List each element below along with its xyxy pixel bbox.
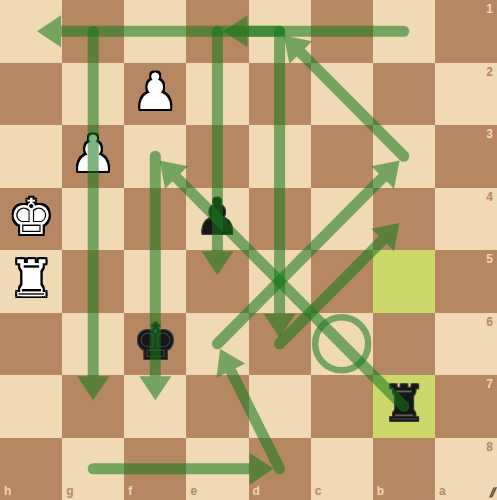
square-d7[interactable] [249,375,311,438]
square-b8[interactable]: b [373,438,435,500]
square-a1[interactable]: 1 [435,0,497,63]
file-label-g: g [66,485,73,497]
square-b2[interactable] [373,63,435,126]
square-d3[interactable] [249,125,311,188]
square-a6[interactable]: 6 [435,313,497,376]
square-h4[interactable]: ♚ [0,188,62,251]
rank-label-2: 2 [486,66,493,78]
white-pawn-g3[interactable]: ♟ [62,123,124,186]
square-d1[interactable] [249,0,311,63]
black-rook-b7[interactable]: ♜ [373,373,435,436]
rank-label-6: 6 [486,316,493,328]
square-g8[interactable]: g [62,438,124,500]
square-e6[interactable] [186,313,248,376]
square-h2[interactable] [0,63,62,126]
square-f1[interactable] [124,0,186,63]
white-rook-h5[interactable]: ♜ [0,248,62,311]
white-king-h4[interactable]: ♚ [0,186,62,249]
square-e2[interactable] [186,63,248,126]
square-a8[interactable]: a8 [435,438,497,500]
rank-label-4: 4 [486,191,493,203]
square-c8[interactable]: c [311,438,373,500]
square-c7[interactable] [311,375,373,438]
square-a3[interactable]: 3 [435,125,497,188]
square-g3[interactable]: ♟ [62,125,124,188]
file-label-b: b [377,485,384,497]
rank-label-3: 3 [486,128,493,140]
chess-board-wrap: 1♟2♟3♚♟4♜5♚6♜7hgfedcba8 ⫽ [0,0,497,500]
square-g2[interactable] [62,63,124,126]
square-f7[interactable] [124,375,186,438]
square-d8[interactable]: d [249,438,311,500]
square-h1[interactable] [0,0,62,63]
white-pawn-f2[interactable]: ♟ [124,61,186,124]
file-label-e: e [190,485,197,497]
square-c1[interactable] [311,0,373,63]
square-g4[interactable] [62,188,124,251]
square-h3[interactable] [0,125,62,188]
square-b7[interactable]: ♜ [373,375,435,438]
square-f8[interactable]: f [124,438,186,500]
rank-label-8: 8 [486,441,493,453]
square-g7[interactable] [62,375,124,438]
black-king-f6[interactable]: ♚ [124,311,186,374]
rank-label-1: 1 [486,3,493,15]
square-d6[interactable] [249,313,311,376]
square-a2[interactable]: 2 [435,63,497,126]
square-c3[interactable] [311,125,373,188]
square-c6[interactable] [311,313,373,376]
square-f3[interactable] [124,125,186,188]
file-label-a: a [439,485,446,497]
rank-label-5: 5 [486,253,493,265]
square-e1[interactable] [186,0,248,63]
square-g5[interactable] [62,250,124,313]
square-c5[interactable] [311,250,373,313]
square-a5[interactable]: 5 [435,250,497,313]
square-h5[interactable]: ♜ [0,250,62,313]
square-b6[interactable] [373,313,435,376]
square-d5[interactable] [249,250,311,313]
square-a7[interactable]: 7 [435,375,497,438]
black-pawn-e4[interactable]: ♟ [186,186,248,249]
square-h8[interactable]: h [0,438,62,500]
file-label-c: c [315,485,322,497]
square-d4[interactable] [249,188,311,251]
square-c2[interactable] [311,63,373,126]
chess-board[interactable]: 1♟2♟3♚♟4♜5♚6♜7hgfedcba8 [0,0,497,500]
rank-label-7: 7 [486,378,493,390]
square-c4[interactable] [311,188,373,251]
square-a4[interactable]: 4 [435,188,497,251]
square-d2[interactable] [249,63,311,126]
square-e3[interactable] [186,125,248,188]
square-e7[interactable] [186,375,248,438]
square-h6[interactable] [0,313,62,376]
square-b1[interactable] [373,0,435,63]
square-e5[interactable] [186,250,248,313]
square-f5[interactable] [124,250,186,313]
file-label-f: f [128,485,132,497]
square-g1[interactable] [62,0,124,63]
square-e4[interactable]: ♟ [186,188,248,251]
square-f2[interactable]: ♟ [124,63,186,126]
square-b3[interactable] [373,125,435,188]
square-f6[interactable]: ♚ [124,313,186,376]
square-f4[interactable] [124,188,186,251]
file-label-d: d [253,485,260,497]
square-h7[interactable] [0,375,62,438]
square-g6[interactable] [62,313,124,376]
file-label-h: h [4,485,11,497]
square-b5[interactable] [373,250,435,313]
square-e8[interactable]: e [186,438,248,500]
square-b4[interactable] [373,188,435,251]
